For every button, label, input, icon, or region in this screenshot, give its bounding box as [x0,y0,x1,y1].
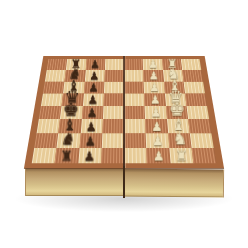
board-square [185,93,207,106]
chess-piece-white-pawn: ♟ [151,107,162,119]
board-square [41,93,63,106]
board-square [47,59,68,70]
chess-piece-black-pawn: ♟ [84,150,96,163]
board-square: ♟ [80,119,102,133]
chess-piece-black-knight: ♞ [61,131,76,147]
box-side [25,168,223,196]
chess-piece-black-pawn: ♟ [89,82,99,93]
board-square: ♟ [145,119,167,133]
board-square [124,70,144,81]
board-square [124,59,143,70]
chess-piece-white-rook: ♜ [175,149,187,163]
board-square: ♜ [169,148,193,163]
chess-piece-black-rook: ♜ [60,149,72,163]
board-square: ♟ [145,106,167,119]
board-square [188,119,212,133]
board-square [124,119,146,133]
chess-piece-black-pawn: ♟ [89,70,99,81]
board-square: ♟ [79,133,102,148]
chess-piece-black-pawn: ♟ [85,135,96,148]
board-square: ♟ [83,81,104,93]
board-square [190,133,214,148]
board-grid: ♜♟♟♜♞♟♟♞♝♟♟♝♛♟♟♛♚♟♟♚♝♟♟♝♞♟♟♞♜♟♟♜ [24,56,224,168]
board-square [105,59,124,70]
chess-piece-white-pawn: ♟ [148,59,158,70]
board-square [32,148,57,163]
box-side-right-half [124,169,224,198]
board-square: ♟ [146,148,170,163]
board-square [39,106,62,119]
chess-board: ♜♟♟♜♞♟♟♞♝♟♟♝♛♟♟♛♚♟♟♚♝♟♟♝♞♟♟♞♜♟♟♜ [24,56,224,168]
chess-piece-black-pawn: ♟ [90,59,100,70]
chess-piece-black-pawn: ♟ [86,120,97,132]
board-square: ♟ [144,93,165,106]
board-square [124,81,144,93]
chess-piece-white-pawn: ♟ [149,70,159,81]
chess-piece-black-pawn: ♟ [87,107,98,119]
board-square: ♟ [84,70,104,81]
board-square: ♜ [55,148,79,163]
board-square [124,148,147,163]
board-square [124,93,145,106]
board-square [102,119,124,133]
board-square: ♞ [57,133,81,148]
board-square: ♟ [81,106,103,119]
board-square [182,70,203,81]
board-square [181,59,202,70]
product-photo-scene: Overhead front view of a folding wooden … [0,0,248,248]
board-square [191,148,216,163]
box-fold-seam [123,166,125,198]
board-square [186,106,209,119]
board-square [102,133,124,148]
board-square [45,70,66,81]
board-square: ♟ [146,133,169,148]
board-square: ♟ [82,93,103,106]
board-square [34,133,58,148]
board-square [37,119,61,133]
board-square: ♟ [143,70,163,81]
board-square [103,106,124,119]
board-square: ♟ [78,148,102,163]
chess-piece-white-pawn: ♟ [150,94,160,106]
board-square [103,93,124,106]
chess-piece-white-pawn: ♟ [152,135,163,148]
chess-piece-white-pawn: ♟ [153,150,165,163]
board-square [124,133,146,148]
board-square [104,81,124,93]
board-square [104,70,124,81]
board-square: ♟ [144,81,165,93]
board-square [43,81,65,93]
chess-piece-black-pawn: ♟ [88,94,98,106]
box-side-left-half [25,168,125,196]
chess-piece-white-pawn: ♟ [151,120,162,132]
board-square [183,81,205,93]
board-square [124,106,145,119]
chess-piece-white-pawn: ♟ [149,82,159,93]
board-square [101,148,124,163]
chess-piece-white-knight: ♞ [173,131,188,147]
board-square: ♞ [168,133,192,148]
